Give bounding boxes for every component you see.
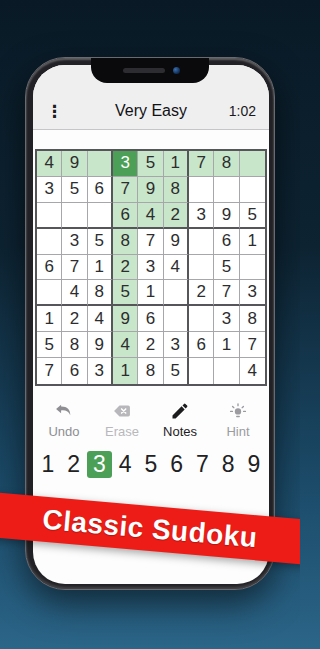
cell-r7c3[interactable]: 4 [88, 306, 113, 332]
hint-button[interactable]: Hint [209, 401, 267, 447]
cell-r6c9[interactable]: 3 [240, 280, 265, 306]
cell-r1c9[interactable] [240, 151, 265, 177]
game-timer: 1:02 [229, 103, 256, 119]
cell-r1c1[interactable]: 4 [37, 151, 62, 177]
cell-r4c2[interactable]: 3 [62, 229, 87, 255]
cell-r4c5[interactable]: 7 [138, 229, 163, 255]
cell-r4c8[interactable]: 6 [214, 229, 239, 255]
cell-r4c9[interactable]: 1 [240, 229, 265, 255]
cell-r3c5[interactable]: 4 [138, 203, 163, 229]
cell-r2c3[interactable]: 6 [88, 177, 113, 203]
cell-r7c1[interactable]: 1 [37, 306, 62, 332]
cell-r5c3[interactable]: 1 [88, 255, 113, 281]
toolbar: Undo Erase Notes Hint [35, 401, 267, 447]
cell-r1c7[interactable]: 7 [189, 151, 214, 177]
cell-r2c6[interactable]: 8 [164, 177, 189, 203]
numpad-digit-4[interactable]: 4 [113, 451, 138, 478]
hint-label: Hint [226, 424, 249, 439]
cell-r3c6[interactable]: 2 [164, 203, 189, 229]
pencil-icon [170, 401, 190, 421]
cell-r8c9[interactable]: 7 [240, 332, 265, 358]
cell-r3c8[interactable]: 9 [214, 203, 239, 229]
cell-r2c7[interactable] [189, 177, 214, 203]
cell-r6c7[interactable]: 2 [189, 280, 214, 306]
cell-r3c4[interactable]: 6 [113, 203, 138, 229]
cell-r7c8[interactable]: 3 [214, 306, 239, 332]
cell-r8c5[interactable]: 2 [138, 332, 163, 358]
cell-r6c5[interactable]: 1 [138, 280, 163, 306]
sudoku-grid: 4935178356798642395358796167123454851273… [35, 149, 267, 386]
notes-button[interactable]: Notes [151, 401, 209, 447]
undo-button[interactable]: Undo [35, 401, 93, 447]
cell-r5c4[interactable]: 2 [113, 255, 138, 281]
number-pad: 123456789 [35, 449, 267, 479]
cell-r1c6[interactable]: 1 [164, 151, 189, 177]
cell-r4c6[interactable]: 9 [164, 229, 189, 255]
cell-r6c3[interactable]: 8 [88, 280, 113, 306]
cell-r9c6[interactable]: 5 [164, 358, 189, 384]
cell-r3c2[interactable] [62, 203, 87, 229]
cell-r5c9[interactable] [240, 255, 265, 281]
cell-r9c9[interactable]: 4 [240, 358, 265, 384]
cell-r8c1[interactable]: 5 [37, 332, 62, 358]
cell-r8c3[interactable]: 9 [88, 332, 113, 358]
top-bar-row: ⋮ Very Easy 1:02 [33, 95, 269, 127]
app-store-screenshot: { "game": "sudoku", "position": "4903517… [0, 0, 300, 649]
cell-r9c5[interactable]: 8 [138, 358, 163, 384]
cell-r6c2[interactable]: 4 [62, 280, 87, 306]
cell-r4c4[interactable]: 8 [113, 229, 138, 255]
cell-r9c2[interactable]: 6 [62, 358, 87, 384]
cell-r3c7[interactable]: 3 [189, 203, 214, 229]
cell-r9c3[interactable]: 3 [88, 358, 113, 384]
cell-r2c9[interactable] [240, 177, 265, 203]
cell-r5c1[interactable]: 6 [37, 255, 62, 281]
numpad-digit-5[interactable]: 5 [138, 451, 163, 478]
numpad-digit-7[interactable]: 7 [190, 451, 215, 478]
cell-r2c5[interactable]: 9 [138, 177, 163, 203]
front-camera [173, 67, 180, 74]
cell-r4c1[interactable] [37, 229, 62, 255]
cell-r6c6[interactable] [164, 280, 189, 306]
numpad-digit-8[interactable]: 8 [216, 451, 241, 478]
cell-r4c7[interactable] [189, 229, 214, 255]
erase-button[interactable]: Erase [93, 401, 151, 447]
backspace-icon [112, 401, 132, 421]
cell-r7c2[interactable]: 2 [62, 306, 87, 332]
cell-r9c4[interactable]: 1 [113, 358, 138, 384]
cell-r1c4[interactable]: 3 [113, 151, 138, 177]
cell-r3c3[interactable] [88, 203, 113, 229]
cell-r1c3[interactable] [88, 151, 113, 177]
cell-r1c2[interactable]: 9 [62, 151, 87, 177]
cell-r6c8[interactable]: 7 [214, 280, 239, 306]
cell-r8c8[interactable]: 1 [214, 332, 239, 358]
cell-r5c2[interactable]: 7 [62, 255, 87, 281]
cell-r7c5[interactable]: 6 [138, 306, 163, 332]
cell-r6c1[interactable] [37, 280, 62, 306]
undo-label: Undo [48, 424, 79, 439]
cell-r5c6[interactable]: 4 [164, 255, 189, 281]
cell-r5c5[interactable]: 3 [138, 255, 163, 281]
cell-r3c1[interactable] [37, 203, 62, 229]
numpad-digit-2[interactable]: 2 [61, 451, 86, 478]
menu-icon[interactable]: ⋮ [46, 103, 63, 120]
erase-label: Erase [105, 424, 139, 439]
notes-label: Notes [163, 424, 197, 439]
cell-r9c8[interactable] [214, 358, 239, 384]
cell-r2c1[interactable]: 3 [37, 177, 62, 203]
lightbulb-icon [228, 401, 248, 421]
cell-r8c7[interactable]: 6 [189, 332, 214, 358]
cell-r8c4[interactable]: 4 [113, 332, 138, 358]
cell-r9c1[interactable]: 7 [37, 358, 62, 384]
cell-r5c7[interactable] [189, 255, 214, 281]
numpad-digit-6[interactable]: 6 [164, 451, 189, 478]
numpad-digit-3[interactable]: 3 [87, 451, 112, 478]
cell-r9c7[interactable] [189, 358, 214, 384]
cell-r7c9[interactable]: 8 [240, 306, 265, 332]
cell-r1c5[interactable]: 5 [138, 151, 163, 177]
speaker-slit [123, 68, 165, 73]
cell-r2c8[interactable] [214, 177, 239, 203]
phone-notch [91, 58, 209, 83]
undo-arrow-icon [54, 401, 74, 421]
cell-r7c4[interactable]: 9 [113, 306, 138, 332]
cell-r6c4[interactable]: 5 [113, 280, 138, 306]
cell-r2c2[interactable]: 5 [62, 177, 87, 203]
cell-r7c6[interactable] [164, 306, 189, 332]
cell-r2c4[interactable]: 7 [113, 177, 138, 203]
cell-r8c6[interactable]: 3 [164, 332, 189, 358]
cell-r8c2[interactable]: 8 [62, 332, 87, 358]
cell-r5c8[interactable]: 5 [214, 255, 239, 281]
cell-r7c7[interactable] [189, 306, 214, 332]
cell-r4c3[interactable]: 5 [88, 229, 113, 255]
numpad-digit-1[interactable]: 1 [35, 451, 60, 478]
numpad-digit-9[interactable]: 9 [242, 451, 267, 478]
cell-r3c9[interactable]: 5 [240, 203, 265, 229]
cell-r1c8[interactable]: 8 [214, 151, 239, 177]
